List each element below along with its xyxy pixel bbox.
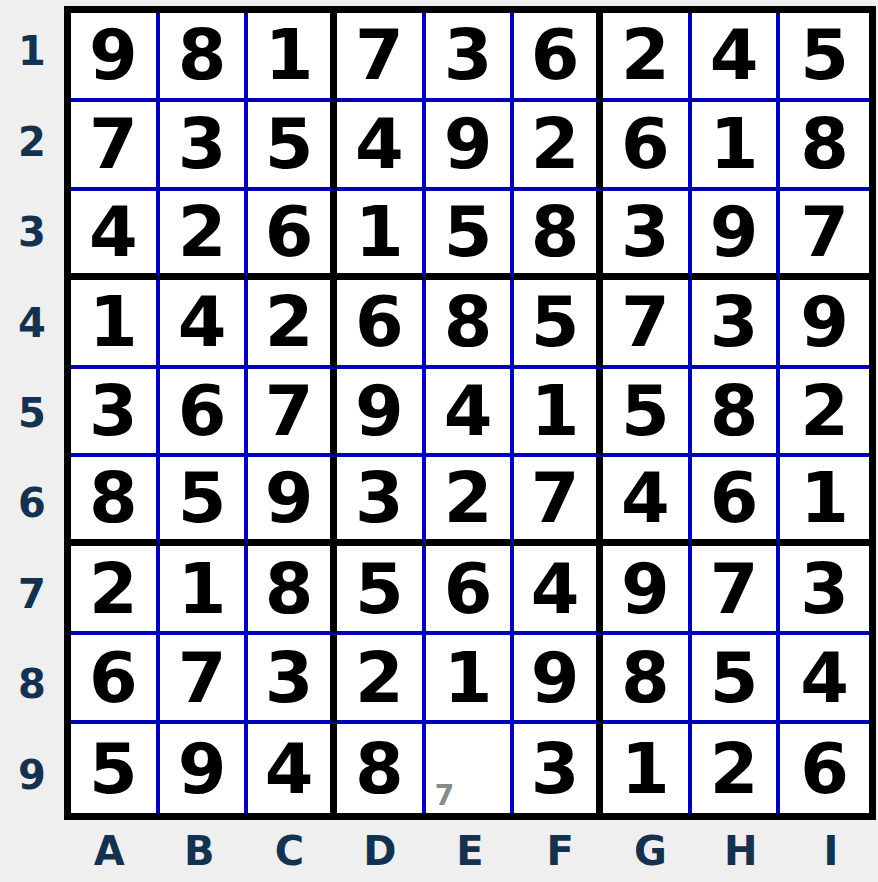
- cell-C7[interactable]: 8: [248, 546, 337, 635]
- cell-F6[interactable]: 7: [514, 457, 603, 546]
- cell-B7[interactable]: 1: [160, 546, 249, 635]
- cell-I3[interactable]: 7: [780, 191, 869, 280]
- cell-A9[interactable]: 5: [71, 724, 160, 813]
- cell-digit: 5: [265, 109, 314, 179]
- cell-digit: 6: [444, 554, 493, 624]
- cell-B9[interactable]: 9: [160, 724, 249, 813]
- cell-G9[interactable]: 1: [603, 724, 692, 813]
- cell-B8[interactable]: 7: [160, 635, 249, 724]
- cell-digit: 5: [178, 463, 227, 533]
- cell-A2[interactable]: 7: [71, 102, 160, 191]
- cell-digit: 9: [531, 643, 580, 713]
- column-label-B: B: [154, 820, 244, 882]
- cell-digit: 1: [800, 463, 849, 533]
- cell-digit: 3: [265, 643, 314, 713]
- cell-digit: 3: [621, 197, 670, 267]
- cell-digit: 4: [444, 376, 493, 446]
- cell-E2[interactable]: 9: [426, 102, 515, 191]
- row-label-2: 2: [0, 96, 64, 186]
- cell-digit: 4: [800, 643, 849, 713]
- cell-H9[interactable]: 2: [692, 724, 781, 813]
- cell-digit: 5: [621, 376, 670, 446]
- cell-digit: 1: [355, 197, 404, 267]
- row-label-3: 3: [0, 187, 64, 277]
- cell-H6[interactable]: 6: [692, 457, 781, 546]
- cell-digit: 3: [710, 287, 759, 357]
- cell-digit: 9: [710, 197, 759, 267]
- row-label-1: 1: [0, 6, 64, 96]
- cell-E3[interactable]: 5: [426, 191, 515, 280]
- cell-B4[interactable]: 4: [160, 280, 249, 369]
- cell-E4[interactable]: 8: [426, 280, 515, 369]
- cell-H2[interactable]: 1: [692, 102, 781, 191]
- cell-G6[interactable]: 4: [603, 457, 692, 546]
- cell-digit: 7: [89, 109, 138, 179]
- cell-digit: 6: [178, 376, 227, 446]
- cell-digit: 4: [621, 463, 670, 533]
- cell-D1[interactable]: 7: [337, 13, 426, 102]
- cell-digit: 6: [89, 643, 138, 713]
- cell-digit: 7: [531, 463, 580, 533]
- cell-digit: 9: [265, 463, 314, 533]
- column-label-I: I: [786, 820, 876, 882]
- cell-D5[interactable]: 9: [337, 369, 426, 458]
- cell-G5[interactable]: 5: [603, 369, 692, 458]
- cell-E5[interactable]: 4: [426, 369, 515, 458]
- cell-digit: 5: [710, 643, 759, 713]
- cell-G8[interactable]: 8: [603, 635, 692, 724]
- cell-digit: 1: [178, 554, 227, 624]
- sudoku-page: 123456789 981736245735492618426158397142…: [0, 0, 878, 882]
- cell-F7[interactable]: 4: [514, 546, 603, 635]
- column-label-D: D: [335, 820, 425, 882]
- cell-G4[interactable]: 7: [603, 280, 692, 369]
- cell-digit: 8: [444, 287, 493, 357]
- cell-digit: 2: [710, 734, 759, 804]
- cell-digit: 2: [178, 197, 227, 267]
- cell-digit: 7: [621, 287, 670, 357]
- cell-E9[interactable]: 7: [426, 724, 515, 813]
- cell-E8[interactable]: 1: [426, 635, 515, 724]
- cell-C4[interactable]: 2: [248, 280, 337, 369]
- cell-G2[interactable]: 6: [603, 102, 692, 191]
- cell-E6[interactable]: 2: [426, 457, 515, 546]
- cell-A4[interactable]: 1: [71, 280, 160, 369]
- cell-digit: 1: [265, 20, 314, 90]
- cell-digit: 7: [710, 554, 759, 624]
- cell-digit: 9: [800, 287, 849, 357]
- cell-digit: 2: [265, 287, 314, 357]
- cell-C5[interactable]: 7: [248, 369, 337, 458]
- cell-D3[interactable]: 1: [337, 191, 426, 280]
- cell-digit: 5: [531, 287, 580, 357]
- cell-digit: 2: [531, 109, 580, 179]
- cell-G1[interactable]: 2: [603, 13, 692, 102]
- cell-D4[interactable]: 6: [337, 280, 426, 369]
- cell-C2[interactable]: 5: [248, 102, 337, 191]
- row-label-7: 7: [0, 549, 64, 639]
- cell-digit: 8: [89, 463, 138, 533]
- cell-digit: 6: [265, 197, 314, 267]
- cell-I7[interactable]: 3: [780, 546, 869, 635]
- cell-digit: 7: [355, 20, 404, 90]
- column-label-C: C: [244, 820, 334, 882]
- cell-H1[interactable]: 4: [692, 13, 781, 102]
- cell-digit: 4: [355, 109, 404, 179]
- cell-E7[interactable]: 6: [426, 546, 515, 635]
- cell-digit: 3: [178, 109, 227, 179]
- cell-digit: 8: [710, 376, 759, 446]
- cell-I4[interactable]: 9: [780, 280, 869, 369]
- cell-B5[interactable]: 6: [160, 369, 249, 458]
- row-label-8: 8: [0, 639, 64, 729]
- cell-digit: 1: [531, 376, 580, 446]
- cell-digit: 6: [710, 463, 759, 533]
- cell-digit: 5: [444, 197, 493, 267]
- cell-H5[interactable]: 8: [692, 369, 781, 458]
- cell-I1[interactable]: 5: [780, 13, 869, 102]
- cell-C9[interactable]: 4: [248, 724, 337, 813]
- row-label-9: 9: [0, 730, 64, 820]
- column-label-F: F: [515, 820, 605, 882]
- cell-digit: 5: [89, 734, 138, 804]
- cell-C1[interactable]: 1: [248, 13, 337, 102]
- cell-A8[interactable]: 6: [71, 635, 160, 724]
- column-label-H: H: [696, 820, 786, 882]
- cell-B3[interactable]: 2: [160, 191, 249, 280]
- cell-digit: 9: [621, 554, 670, 624]
- cell-I2[interactable]: 8: [780, 102, 869, 191]
- cell-digit: 8: [355, 734, 404, 804]
- cell-H7[interactable]: 7: [692, 546, 781, 635]
- cell-A5[interactable]: 3: [71, 369, 160, 458]
- cell-B1[interactable]: 8: [160, 13, 249, 102]
- cell-D9[interactable]: 8: [337, 724, 426, 813]
- cell-F1[interactable]: 6: [514, 13, 603, 102]
- cell-digit: 2: [444, 463, 493, 533]
- column-label-A: A: [64, 820, 154, 882]
- cell-digit: 3: [800, 554, 849, 624]
- cell-H4[interactable]: 3: [692, 280, 781, 369]
- cell-digit: 2: [355, 643, 404, 713]
- cell-A7[interactable]: 2: [71, 546, 160, 635]
- cell-D8[interactable]: 2: [337, 635, 426, 724]
- cell-digit: 1: [710, 109, 759, 179]
- column-labels: ABCDEFGHI: [64, 820, 876, 882]
- cell-digit: 4: [265, 734, 314, 804]
- cell-I6[interactable]: 1: [780, 457, 869, 546]
- cell-digit: 9: [355, 376, 404, 446]
- cell-F8[interactable]: 9: [514, 635, 603, 724]
- cell-C8[interactable]: 3: [248, 635, 337, 724]
- cell-A3[interactable]: 4: [71, 191, 160, 280]
- cell-digit: 3: [531, 734, 580, 804]
- row-label-6: 6: [0, 458, 64, 548]
- cell-F2[interactable]: 2: [514, 102, 603, 191]
- cell-digit: 1: [621, 734, 670, 804]
- row-label-5: 5: [0, 368, 64, 458]
- column-label-G: G: [605, 820, 695, 882]
- cell-F4[interactable]: 5: [514, 280, 603, 369]
- cell-B2[interactable]: 3: [160, 102, 249, 191]
- cell-digit: 1: [89, 287, 138, 357]
- cell-B6[interactable]: 5: [160, 457, 249, 546]
- cell-digit: 1: [444, 643, 493, 713]
- cell-A1[interactable]: 9: [71, 13, 160, 102]
- cell-D6[interactable]: 3: [337, 457, 426, 546]
- cell-digit: 6: [621, 109, 670, 179]
- cell-digit: 9: [178, 734, 227, 804]
- cell-digit: 3: [444, 20, 493, 90]
- cell-digit: 7: [265, 376, 314, 446]
- cell-digit: 2: [621, 20, 670, 90]
- cell-digit: 8: [531, 197, 580, 267]
- cell-digit: 6: [531, 20, 580, 90]
- cell-digit: 5: [800, 20, 849, 90]
- board: 9817362457354926184261583971426857393679…: [64, 6, 876, 820]
- pencil-mark-7: 7: [435, 782, 454, 810]
- cell-digit: 4: [89, 197, 138, 267]
- cell-F9[interactable]: 3: [514, 724, 603, 813]
- cell-digit: 3: [89, 376, 138, 446]
- cell-I8[interactable]: 4: [780, 635, 869, 724]
- cell-digit: 9: [89, 20, 138, 90]
- cell-digit: 5: [355, 554, 404, 624]
- cell-I5[interactable]: 2: [780, 369, 869, 458]
- cell-digit: 2: [89, 554, 138, 624]
- cell-A6[interactable]: 8: [71, 457, 160, 546]
- cell-digit: 3: [355, 463, 404, 533]
- cell-digit: 6: [355, 287, 404, 357]
- cell-H8[interactable]: 5: [692, 635, 781, 724]
- cell-digit: 7: [800, 197, 849, 267]
- cell-digit: 6: [800, 734, 849, 804]
- cell-digit: 4: [710, 20, 759, 90]
- cell-C6[interactable]: 9: [248, 457, 337, 546]
- cell-digit: 8: [800, 109, 849, 179]
- row-label-4: 4: [0, 277, 64, 367]
- cell-F3[interactable]: 8: [514, 191, 603, 280]
- cell-digit: 2: [800, 376, 849, 446]
- cell-digit: 4: [531, 554, 580, 624]
- cell-digit: 8: [265, 554, 314, 624]
- cell-digit: 9: [444, 109, 493, 179]
- row-labels: 123456789: [0, 6, 64, 820]
- cell-H3[interactable]: 9: [692, 191, 781, 280]
- cell-I9[interactable]: 6: [780, 724, 869, 813]
- cell-digit: 7: [178, 643, 227, 713]
- cell-F5[interactable]: 1: [514, 369, 603, 458]
- cell-digit: 4: [178, 287, 227, 357]
- cell-C3[interactable]: 6: [248, 191, 337, 280]
- cell-E1[interactable]: 3: [426, 13, 515, 102]
- cell-digit: 8: [621, 643, 670, 713]
- cell-D2[interactable]: 4: [337, 102, 426, 191]
- column-label-E: E: [425, 820, 515, 882]
- cell-D7[interactable]: 5: [337, 546, 426, 635]
- cell-G3[interactable]: 3: [603, 191, 692, 280]
- cell-G7[interactable]: 9: [603, 546, 692, 635]
- cell-digit: 8: [178, 20, 227, 90]
